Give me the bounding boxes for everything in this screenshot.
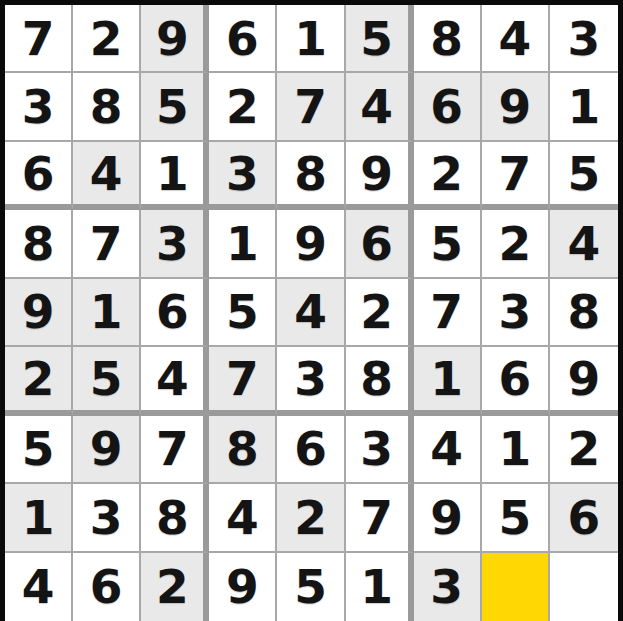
cell-r1c6[interactable]: 5 [346, 5, 414, 73]
cell-r2c1[interactable]: 3 [5, 73, 73, 141]
cell-r6c3[interactable]: 4 [141, 347, 209, 415]
cell-r1c9[interactable]: 3 [550, 5, 618, 73]
cell-r3c6[interactable]: 9 [346, 142, 414, 210]
cell-r5c2[interactable]: 1 [73, 279, 141, 347]
sudoku-board: 7296158433852746916413892758731965249165… [0, 0, 623, 621]
cell-r3c1[interactable]: 6 [5, 142, 73, 210]
cell-r7c1[interactable]: 5 [5, 416, 73, 484]
cell-r1c3[interactable]: 9 [141, 5, 209, 73]
cell-r8c4[interactable]: 4 [209, 484, 277, 552]
cell-r2c9[interactable]: 1 [550, 73, 618, 141]
cell-r2c8[interactable]: 9 [482, 73, 550, 141]
cell-r9c9[interactable] [550, 553, 618, 621]
cell-r8c2[interactable]: 3 [73, 484, 141, 552]
cell-r4c7[interactable]: 5 [414, 210, 482, 278]
cell-r7c2[interactable]: 9 [73, 416, 141, 484]
cell-r8c6[interactable]: 7 [346, 484, 414, 552]
cell-r6c7[interactable]: 1 [414, 347, 482, 415]
cell-r9c7[interactable]: 3 [414, 553, 482, 621]
cell-r4c6[interactable]: 6 [346, 210, 414, 278]
cell-r6c9[interactable]: 9 [550, 347, 618, 415]
cell-r4c5[interactable]: 9 [277, 210, 345, 278]
cell-r8c9[interactable]: 6 [550, 484, 618, 552]
cell-r9c3[interactable]: 2 [141, 553, 209, 621]
cell-r1c5[interactable]: 1 [277, 5, 345, 73]
cell-r1c8[interactable]: 4 [482, 5, 550, 73]
cell-r3c8[interactable]: 7 [482, 142, 550, 210]
cell-r2c7[interactable]: 6 [414, 73, 482, 141]
cell-r5c6[interactable]: 2 [346, 279, 414, 347]
cell-r9c8[interactable] [482, 553, 550, 621]
cell-r5c3[interactable]: 6 [141, 279, 209, 347]
cell-r6c6[interactable]: 8 [346, 347, 414, 415]
cell-r7c3[interactable]: 7 [141, 416, 209, 484]
cell-r3c5[interactable]: 8 [277, 142, 345, 210]
cell-r8c8[interactable]: 5 [482, 484, 550, 552]
cell-r5c4[interactable]: 5 [209, 279, 277, 347]
cell-r5c1[interactable]: 9 [5, 279, 73, 347]
cell-r7c5[interactable]: 6 [277, 416, 345, 484]
cell-r9c1[interactable]: 4 [5, 553, 73, 621]
cell-r3c4[interactable]: 3 [209, 142, 277, 210]
cell-r1c7[interactable]: 8 [414, 5, 482, 73]
cell-r9c6[interactable]: 1 [346, 553, 414, 621]
cell-r8c7[interactable]: 9 [414, 484, 482, 552]
cell-r5c8[interactable]: 3 [482, 279, 550, 347]
cell-r2c5[interactable]: 7 [277, 73, 345, 141]
cell-r6c5[interactable]: 3 [277, 347, 345, 415]
cell-r2c6[interactable]: 4 [346, 73, 414, 141]
cell-r3c7[interactable]: 2 [414, 142, 482, 210]
cell-r8c3[interactable]: 8 [141, 484, 209, 552]
cell-r8c1[interactable]: 1 [5, 484, 73, 552]
cell-r7c4[interactable]: 8 [209, 416, 277, 484]
cell-r6c4[interactable]: 7 [209, 347, 277, 415]
cell-r3c9[interactable]: 5 [550, 142, 618, 210]
cell-r6c1[interactable]: 2 [5, 347, 73, 415]
cell-r4c9[interactable]: 4 [550, 210, 618, 278]
cell-r4c8[interactable]: 2 [482, 210, 550, 278]
cell-r9c4[interactable]: 9 [209, 553, 277, 621]
cell-r5c9[interactable]: 8 [550, 279, 618, 347]
cell-r4c1[interactable]: 8 [5, 210, 73, 278]
cell-r2c2[interactable]: 8 [73, 73, 141, 141]
cell-r1c4[interactable]: 6 [209, 5, 277, 73]
cell-r4c3[interactable]: 3 [141, 210, 209, 278]
cell-r6c8[interactable]: 6 [482, 347, 550, 415]
cell-r1c1[interactable]: 7 [5, 5, 73, 73]
cell-r9c2[interactable]: 6 [73, 553, 141, 621]
cell-r6c2[interactable]: 5 [73, 347, 141, 415]
cell-r9c5[interactable]: 5 [277, 553, 345, 621]
cell-r7c8[interactable]: 1 [482, 416, 550, 484]
cell-r5c5[interactable]: 4 [277, 279, 345, 347]
cell-r7c7[interactable]: 4 [414, 416, 482, 484]
cell-r4c4[interactable]: 1 [209, 210, 277, 278]
cell-r3c3[interactable]: 1 [141, 142, 209, 210]
cell-r2c3[interactable]: 5 [141, 73, 209, 141]
cell-r2c4[interactable]: 2 [209, 73, 277, 141]
sudoku-app: 7296158433852746916413892758731965249165… [0, 0, 623, 621]
cell-r8c5[interactable]: 2 [277, 484, 345, 552]
cell-r1c2[interactable]: 2 [73, 5, 141, 73]
cell-r5c7[interactable]: 7 [414, 279, 482, 347]
cell-r7c6[interactable]: 3 [346, 416, 414, 484]
cell-r3c2[interactable]: 4 [73, 142, 141, 210]
cell-r7c9[interactable]: 2 [550, 416, 618, 484]
cell-r4c2[interactable]: 7 [73, 210, 141, 278]
